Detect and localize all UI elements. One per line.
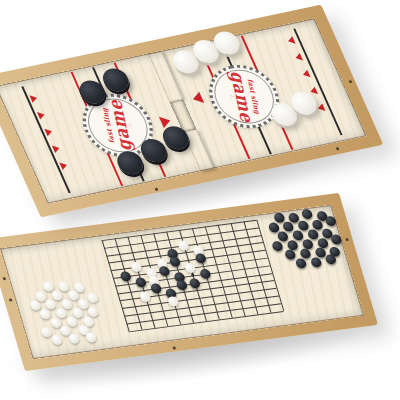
screw-hole	[348, 80, 352, 83]
screw-hole	[345, 238, 349, 241]
screw-hole	[9, 298, 13, 301]
screw-hole	[2, 277, 6, 280]
product-photo-scene: fast sling game ∴ fast sling game ∴	[0, 0, 400, 400]
screw-hole	[154, 188, 158, 191]
screw-hole	[172, 346, 176, 349]
logo-dots: ∴	[230, 95, 234, 98]
sling-puck-board: fast sling game ∴ fast sling game ∴	[0, 5, 383, 218]
screw-hole	[335, 147, 339, 150]
logo-dots: ∴	[128, 124, 132, 127]
